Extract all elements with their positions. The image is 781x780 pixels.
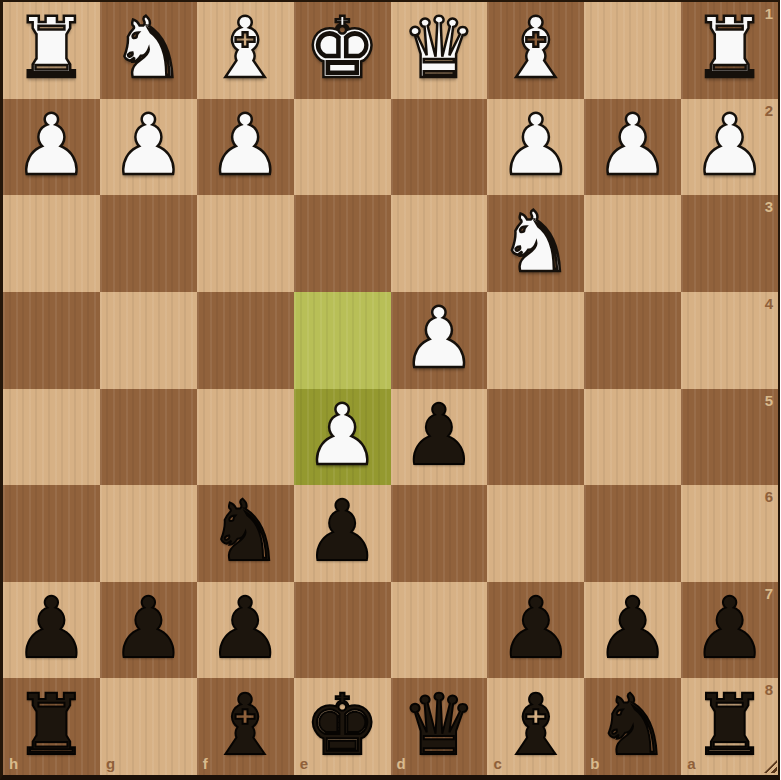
rank-label-3: 3 (765, 198, 773, 215)
square-h5[interactable] (3, 389, 100, 486)
square-d1[interactable]: ♛ (391, 2, 488, 99)
piece-black-pawn-d5[interactable]: ♟ (391, 389, 488, 484)
piece-black-pawn-f7[interactable]: ♟ (197, 582, 294, 677)
piece-black-king-e8[interactable]: ♚ (294, 678, 391, 773)
piece-white-queen-d1[interactable]: ♛ (391, 2, 488, 97)
chess-board: ♜♞♝♚♛♝1♜♟♟♟♟♟2♟♞3♟4♟♟5♞♟6♟♟♟♟♟7♟h♜gf♝e♚d… (0, 0, 780, 780)
square-c7[interactable]: ♟ (487, 582, 584, 679)
square-f4[interactable] (197, 292, 294, 389)
chess-app: ♜♞♝♚♛♝1♜♟♟♟♟♟2♟♞3♟4♟♟5♞♟6♟♟♟♟♟7♟h♜gf♝e♚d… (0, 0, 781, 780)
square-a5[interactable]: 5 (681, 389, 778, 486)
square-a7[interactable]: 7♟ (681, 582, 778, 679)
piece-white-pawn-a2[interactable]: ♟ (681, 99, 778, 194)
square-c8[interactable]: c♝ (487, 678, 584, 775)
square-f2[interactable]: ♟ (197, 99, 294, 196)
piece-white-pawn-e5[interactable]: ♟ (294, 389, 391, 484)
square-a6[interactable]: 6 (681, 485, 778, 582)
piece-white-pawn-b2[interactable]: ♟ (584, 99, 681, 194)
square-a2[interactable]: 2♟ (681, 99, 778, 196)
square-a8[interactable]: 8a♜ (681, 678, 778, 775)
square-f5[interactable] (197, 389, 294, 486)
piece-black-pawn-a7[interactable]: ♟ (681, 582, 778, 677)
square-g8[interactable]: g (100, 678, 197, 775)
square-d2[interactable] (391, 99, 488, 196)
square-h3[interactable] (3, 195, 100, 292)
square-c6[interactable] (487, 485, 584, 582)
file-label-g: g (106, 755, 115, 772)
piece-black-rook-h8[interactable]: ♜ (3, 678, 100, 773)
square-g7[interactable]: ♟ (100, 582, 197, 679)
square-h6[interactable] (3, 485, 100, 582)
piece-black-queen-d8[interactable]: ♛ (391, 678, 488, 773)
square-b1[interactable] (584, 2, 681, 99)
piece-white-pawn-g2[interactable]: ♟ (100, 99, 197, 194)
piece-white-rook-h1[interactable]: ♜ (3, 2, 100, 97)
square-g2[interactable]: ♟ (100, 99, 197, 196)
square-f8[interactable]: f♝ (197, 678, 294, 775)
square-c5[interactable] (487, 389, 584, 486)
square-h4[interactable] (3, 292, 100, 389)
square-e1[interactable]: ♚ (294, 2, 391, 99)
square-d3[interactable] (391, 195, 488, 292)
square-c2[interactable]: ♟ (487, 99, 584, 196)
piece-white-knight-c3[interactable]: ♞ (487, 195, 584, 290)
piece-white-bishop-f1[interactable]: ♝ (197, 2, 294, 97)
piece-black-knight-f6[interactable]: ♞ (197, 485, 294, 580)
square-c3[interactable]: ♞ (487, 195, 584, 292)
square-b5[interactable] (584, 389, 681, 486)
piece-white-pawn-d4[interactable]: ♟ (391, 292, 488, 387)
square-f7[interactable]: ♟ (197, 582, 294, 679)
piece-black-rook-a8[interactable]: ♜ (681, 678, 778, 773)
square-h8[interactable]: h♜ (3, 678, 100, 775)
square-b7[interactable]: ♟ (584, 582, 681, 679)
square-c4[interactable] (487, 292, 584, 389)
piece-white-pawn-c2[interactable]: ♟ (487, 99, 584, 194)
rank-label-4: 4 (765, 295, 773, 312)
rank-label-5: 5 (765, 392, 773, 409)
square-g6[interactable] (100, 485, 197, 582)
square-d7[interactable] (391, 582, 488, 679)
square-g4[interactable] (100, 292, 197, 389)
square-d8[interactable]: d♛ (391, 678, 488, 775)
piece-black-bishop-c8[interactable]: ♝ (487, 678, 584, 773)
square-g1[interactable]: ♞ (100, 2, 197, 99)
square-e5[interactable]: ♟ (294, 389, 391, 486)
square-b8[interactable]: b♞ (584, 678, 681, 775)
piece-white-bishop-c1[interactable]: ♝ (487, 2, 584, 97)
piece-white-pawn-f2[interactable]: ♟ (197, 99, 294, 194)
square-f1[interactable]: ♝ (197, 2, 294, 99)
square-b3[interactable] (584, 195, 681, 292)
square-b4[interactable] (584, 292, 681, 389)
square-h1[interactable]: ♜ (3, 2, 100, 99)
piece-black-pawn-g7[interactable]: ♟ (100, 582, 197, 677)
piece-white-pawn-h2[interactable]: ♟ (3, 99, 100, 194)
piece-black-bishop-f8[interactable]: ♝ (197, 678, 294, 773)
square-c1[interactable]: ♝ (487, 2, 584, 99)
square-e3[interactable] (294, 195, 391, 292)
square-a4[interactable]: 4 (681, 292, 778, 389)
piece-black-pawn-c7[interactable]: ♟ (487, 582, 584, 677)
piece-black-pawn-e6[interactable]: ♟ (294, 485, 391, 580)
square-f6[interactable]: ♞ (197, 485, 294, 582)
square-e2[interactable] (294, 99, 391, 196)
piece-black-pawn-b7[interactable]: ♟ (584, 582, 681, 677)
piece-black-pawn-h7[interactable]: ♟ (3, 582, 100, 677)
square-h2[interactable]: ♟ (3, 99, 100, 196)
square-d5[interactable]: ♟ (391, 389, 488, 486)
square-e6[interactable]: ♟ (294, 485, 391, 582)
square-e7[interactable] (294, 582, 391, 679)
square-g3[interactable] (100, 195, 197, 292)
piece-black-knight-b8[interactable]: ♞ (584, 678, 681, 773)
square-f3[interactable] (197, 195, 294, 292)
piece-white-knight-g1[interactable]: ♞ (100, 2, 197, 97)
square-e4[interactable] (294, 292, 391, 389)
square-b6[interactable] (584, 485, 681, 582)
square-d4[interactable]: ♟ (391, 292, 488, 389)
piece-white-rook-a1[interactable]: ♜ (681, 2, 778, 97)
square-e8[interactable]: e♚ (294, 678, 391, 775)
square-a3[interactable]: 3 (681, 195, 778, 292)
square-h7[interactable]: ♟ (3, 582, 100, 679)
square-b2[interactable]: ♟ (584, 99, 681, 196)
square-g5[interactable] (100, 389, 197, 486)
piece-white-king-e1[interactable]: ♚ (294, 2, 391, 97)
square-d6[interactable] (391, 485, 488, 582)
rank-label-6: 6 (765, 488, 773, 505)
square-a1[interactable]: 1♜ (681, 2, 778, 99)
